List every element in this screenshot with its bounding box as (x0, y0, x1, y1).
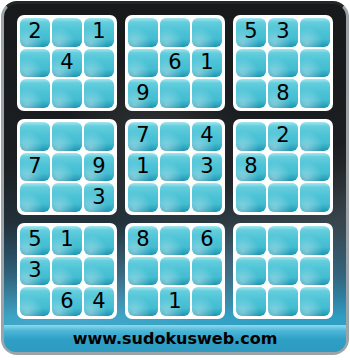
cell-r6c2[interactable] (52, 183, 82, 212)
cell-r5c8[interactable] (268, 153, 298, 182)
given-digit: 3 (276, 21, 289, 43)
cell-r3c5[interactable] (160, 79, 190, 108)
cell-r3c9[interactable] (300, 79, 330, 108)
cell-r6c7[interactable] (236, 183, 266, 212)
cell-r4c6: 4 (192, 122, 222, 151)
cell-r3c4: 9 (128, 79, 158, 108)
cell-r9c3: 4 (84, 287, 114, 316)
cell-r8c1: 3 (20, 257, 50, 286)
cell-r7c2: 1 (52, 226, 82, 255)
given-digit: 7 (136, 125, 149, 147)
given-digit: 1 (136, 156, 149, 178)
cell-r2c1[interactable] (20, 49, 50, 78)
cell-r9c1[interactable] (20, 287, 50, 316)
cell-r8c6[interactable] (192, 257, 222, 286)
cell-r5c4: 1 (128, 153, 158, 182)
cell-r9c7[interactable] (236, 287, 266, 316)
cell-r5c7: 8 (236, 153, 266, 182)
footer-bar: www.sudokusweb.com (4, 325, 346, 352)
given-digit: 1 (200, 52, 213, 74)
cell-r2c9[interactable] (300, 49, 330, 78)
given-digit: 1 (168, 291, 181, 313)
box-2-1: 793 (17, 119, 117, 215)
cell-r9c4[interactable] (128, 287, 158, 316)
given-digit: 6 (60, 291, 73, 313)
cell-r6c5[interactable] (160, 183, 190, 212)
cell-r8c9[interactable] (300, 257, 330, 286)
cell-r4c7[interactable] (236, 122, 266, 151)
cell-r6c1[interactable] (20, 183, 50, 212)
cell-r1c1: 2 (20, 18, 50, 47)
cell-r1c2[interactable] (52, 18, 82, 47)
cell-r1c9[interactable] (300, 18, 330, 47)
cell-r5c2[interactable] (52, 153, 82, 182)
cell-r6c9[interactable] (300, 183, 330, 212)
cell-r7c5[interactable] (160, 226, 190, 255)
cell-r4c4: 7 (128, 122, 158, 151)
cell-r8c3[interactable] (84, 257, 114, 286)
cell-r2c6: 1 (192, 49, 222, 78)
cell-r8c4[interactable] (128, 257, 158, 286)
cell-r7c7[interactable] (236, 226, 266, 255)
given-digit: 5 (244, 21, 257, 43)
footer-url[interactable]: www.sudokusweb.com (73, 329, 278, 348)
cell-r7c9[interactable] (300, 226, 330, 255)
cell-r5c9[interactable] (300, 153, 330, 182)
cell-r6c6[interactable] (192, 183, 222, 212)
given-digit: 4 (60, 52, 73, 74)
given-digit: 9 (136, 83, 149, 105)
box-3-2: 861 (125, 223, 225, 319)
cell-r3c7[interactable] (236, 79, 266, 108)
given-digit: 8 (136, 229, 149, 251)
cell-r9c9[interactable] (300, 287, 330, 316)
given-digit: 2 (276, 125, 289, 147)
given-digit: 4 (200, 125, 213, 147)
given-digit: 6 (200, 229, 213, 251)
cell-r3c3[interactable] (84, 79, 114, 108)
cell-r3c1[interactable] (20, 79, 50, 108)
cell-r1c4[interactable] (128, 18, 158, 47)
cell-r2c7[interactable] (236, 49, 266, 78)
cell-r2c5: 6 (160, 49, 190, 78)
given-digit: 1 (92, 21, 105, 43)
cell-r6c8[interactable] (268, 183, 298, 212)
cell-r2c8[interactable] (268, 49, 298, 78)
cell-r1c6[interactable] (192, 18, 222, 47)
cell-r4c8: 2 (268, 122, 298, 151)
cell-r4c1[interactable] (20, 122, 50, 151)
box-3-1: 51364 (17, 223, 117, 319)
cell-r5c1: 7 (20, 153, 50, 182)
cell-r3c6[interactable] (192, 79, 222, 108)
cell-r5c5[interactable] (160, 153, 190, 182)
given-digit: 5 (28, 229, 41, 251)
given-digit: 1 (60, 229, 73, 251)
given-digit: 3 (200, 156, 213, 178)
cell-r9c8[interactable] (268, 287, 298, 316)
cell-r8c5[interactable] (160, 257, 190, 286)
box-1-3: 538 (233, 15, 333, 111)
given-digit: 7 (28, 156, 41, 178)
cell-r2c3[interactable] (84, 49, 114, 78)
box-2-2: 7413 (125, 119, 225, 215)
given-digit: 2 (28, 21, 41, 43)
sudoku-grid: 21461953879374132851364861 (17, 15, 333, 319)
cell-r8c2[interactable] (52, 257, 82, 286)
cell-r3c8: 8 (268, 79, 298, 108)
cell-r9c5: 1 (160, 287, 190, 316)
cell-r8c8[interactable] (268, 257, 298, 286)
cell-r4c5[interactable] (160, 122, 190, 151)
cell-r7c4: 8 (128, 226, 158, 255)
box-1-2: 619 (125, 15, 225, 111)
cell-r8c7[interactable] (236, 257, 266, 286)
cell-r5c3: 9 (84, 153, 114, 182)
cell-r4c3[interactable] (84, 122, 114, 151)
cell-r6c4[interactable] (128, 183, 158, 212)
cell-r6c3: 3 (84, 183, 114, 212)
sudoku-plaque: 21461953879374132851364861 www.sudokuswe… (1, 1, 349, 355)
cell-r5c6: 3 (192, 153, 222, 182)
given-digit: 4 (92, 291, 105, 313)
given-digit: 9 (92, 156, 105, 178)
cell-r7c3[interactable] (84, 226, 114, 255)
cell-r9c6[interactable] (192, 287, 222, 316)
cell-r7c1: 5 (20, 226, 50, 255)
box-1-1: 214 (17, 15, 117, 111)
box-3-3 (233, 223, 333, 319)
cell-r7c8[interactable] (268, 226, 298, 255)
cell-r3c2[interactable] (52, 79, 82, 108)
cell-r1c8: 3 (268, 18, 298, 47)
cell-r7c6: 6 (192, 226, 222, 255)
cell-r1c3: 1 (84, 18, 114, 47)
cell-r4c9[interactable] (300, 122, 330, 151)
given-digit: 8 (244, 156, 257, 178)
given-digit: 3 (28, 260, 41, 282)
cell-r4c2[interactable] (52, 122, 82, 151)
cell-r1c5[interactable] (160, 18, 190, 47)
given-digit: 3 (92, 187, 105, 209)
cell-r9c2: 6 (52, 287, 82, 316)
given-digit: 8 (276, 83, 289, 105)
cell-r2c2: 4 (52, 49, 82, 78)
box-2-3: 28 (233, 119, 333, 215)
cell-r1c7: 5 (236, 18, 266, 47)
cell-r2c4[interactable] (128, 49, 158, 78)
given-digit: 6 (168, 52, 181, 74)
